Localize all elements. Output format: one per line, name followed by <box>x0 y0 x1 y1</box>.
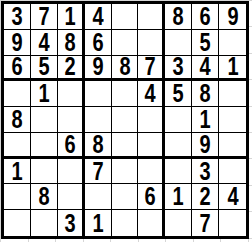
digit-r7c4: 7 <box>92 159 103 184</box>
digit-r1c8: 6 <box>200 4 211 29</box>
cell-r5c1[interactable]: 8 <box>4 107 31 133</box>
cell-r6c2[interactable] <box>31 133 58 159</box>
cell-r5c9[interactable] <box>219 107 246 133</box>
cell-r9c3[interactable]: 3 <box>58 210 85 236</box>
cell-r8c7[interactable]: 1 <box>165 184 192 210</box>
sudoku-canvas: 3714869948656529873411458816891738612431… <box>0 0 252 242</box>
cell-r2c9[interactable] <box>219 30 246 56</box>
digit-r3c5: 8 <box>119 56 130 80</box>
cell-r5c6[interactable] <box>138 107 165 133</box>
digit-r2c1: 9 <box>11 30 22 55</box>
digit-r1c9: 9 <box>227 4 238 29</box>
digit-r6c4: 8 <box>92 133 103 157</box>
cell-r8c8[interactable]: 2 <box>192 184 219 210</box>
cell-r6c7[interactable] <box>165 133 192 159</box>
digit-r2c8: 5 <box>200 30 211 55</box>
cell-r5c4[interactable] <box>85 107 112 133</box>
digit-r2c2: 4 <box>38 30 49 55</box>
cell-r4c7[interactable]: 5 <box>165 81 192 107</box>
cell-r5c2[interactable] <box>31 107 58 133</box>
cell-r3c4[interactable]: 9 <box>85 56 112 82</box>
cell-r4c5[interactable] <box>112 81 139 107</box>
cell-r1c1[interactable]: 3 <box>4 4 31 30</box>
cell-r3c2[interactable]: 5 <box>31 56 58 82</box>
cell-r7c6[interactable] <box>138 159 165 185</box>
cell-r8c5[interactable] <box>112 184 139 210</box>
digit-r3c1: 6 <box>11 56 22 80</box>
cell-r9c6[interactable] <box>138 210 165 236</box>
cell-r7c3[interactable] <box>58 159 85 185</box>
cell-r3c3[interactable]: 2 <box>58 56 85 82</box>
cell-r6c4[interactable]: 8 <box>85 133 112 159</box>
digit-r4c6: 4 <box>145 81 156 106</box>
cell-r1c8[interactable]: 6 <box>192 4 219 30</box>
cell-r9c9[interactable] <box>219 210 246 236</box>
cell-r1c4[interactable]: 4 <box>85 4 112 30</box>
digit-r9c3: 3 <box>64 211 75 236</box>
cell-r3c5[interactable]: 8 <box>112 56 139 82</box>
cell-r8c3[interactable] <box>58 184 85 210</box>
digit-r1c2: 7 <box>38 4 49 29</box>
digit-r2c4: 6 <box>92 30 103 55</box>
cell-r1c2[interactable]: 7 <box>31 4 58 30</box>
digit-r8c9: 4 <box>227 184 238 209</box>
cell-r6c3[interactable]: 6 <box>58 133 85 159</box>
cell-r5c8[interactable]: 1 <box>192 107 219 133</box>
cell-r7c7[interactable] <box>165 159 192 185</box>
digit-r6c8: 9 <box>200 133 211 157</box>
cell-r4c2[interactable]: 1 <box>31 81 58 107</box>
cell-r5c3[interactable] <box>58 107 85 133</box>
cell-r2c5[interactable] <box>112 30 139 56</box>
cell-r4c3[interactable] <box>58 81 85 107</box>
cell-r7c5[interactable] <box>112 159 139 185</box>
digit-r1c4: 4 <box>92 4 103 29</box>
digit-r4c8: 8 <box>200 81 211 106</box>
cell-r2c7[interactable] <box>165 30 192 56</box>
cell-r7c1[interactable]: 1 <box>4 159 31 185</box>
cell-r8c2[interactable]: 8 <box>31 184 58 210</box>
cell-r4c8[interactable]: 8 <box>192 81 219 107</box>
cell-r5c5[interactable] <box>112 107 139 133</box>
digit-r5c1: 8 <box>11 107 22 132</box>
digit-r7c1: 1 <box>11 159 22 184</box>
cell-r2c4[interactable]: 6 <box>85 30 112 56</box>
cell-r5c7[interactable] <box>165 107 192 133</box>
cell-r3c8[interactable]: 4 <box>192 56 219 82</box>
cell-r3c7[interactable]: 3 <box>165 56 192 82</box>
cell-r8c9[interactable]: 4 <box>219 184 246 210</box>
cell-r6c5[interactable] <box>112 133 139 159</box>
cell-r1c6[interactable] <box>138 4 165 30</box>
cell-r8c4[interactable] <box>85 184 112 210</box>
cell-r1c5[interactable] <box>112 4 139 30</box>
digit-r4c7: 5 <box>173 81 184 106</box>
digit-r9c8: 7 <box>200 211 211 236</box>
cell-r9c7[interactable] <box>165 210 192 236</box>
cell-r8c1[interactable] <box>4 184 31 210</box>
cell-r7c8[interactable]: 3 <box>192 159 219 185</box>
cell-r6c1[interactable] <box>4 133 31 159</box>
digit-r8c7: 1 <box>173 184 184 209</box>
cell-r4c9[interactable] <box>219 81 246 107</box>
cell-r9c8[interactable]: 7 <box>192 210 219 236</box>
cell-r3c9[interactable]: 1 <box>219 56 246 82</box>
digit-r8c2: 8 <box>38 184 49 209</box>
cell-r4c6[interactable]: 4 <box>138 81 165 107</box>
cell-r1c7[interactable]: 8 <box>165 4 192 30</box>
digit-r3c2: 5 <box>38 56 49 80</box>
sudoku-board: 3714869948656529873411458816891738612431… <box>1 1 249 239</box>
cell-r2c8[interactable]: 5 <box>192 30 219 56</box>
digit-r6c3: 6 <box>64 133 75 157</box>
cell-r3c1[interactable]: 6 <box>4 56 31 82</box>
digit-r1c1: 3 <box>11 4 22 29</box>
digit-r5c8: 1 <box>200 107 211 132</box>
digit-r9c4: 1 <box>92 211 103 236</box>
digit-r3c4: 9 <box>92 56 103 80</box>
cell-r3c6[interactable]: 7 <box>138 56 165 82</box>
digit-r1c3: 1 <box>64 4 75 29</box>
digit-r3c9: 1 <box>227 56 238 80</box>
cell-r9c2[interactable] <box>31 210 58 236</box>
digit-r3c7: 3 <box>173 56 184 80</box>
cell-r2c2[interactable]: 4 <box>31 30 58 56</box>
cell-r6c9[interactable] <box>219 133 246 159</box>
cell-r6c8[interactable]: 9 <box>192 133 219 159</box>
cell-r7c4[interactable]: 7 <box>85 159 112 185</box>
cell-r4c4[interactable] <box>85 81 112 107</box>
cell-r7c2[interactable] <box>31 159 58 185</box>
digit-r4c2: 1 <box>38 81 49 106</box>
cell-r9c5[interactable] <box>112 210 139 236</box>
cell-r9c1[interactable] <box>4 210 31 236</box>
cell-r4c1[interactable] <box>4 81 31 107</box>
digit-r8c8: 2 <box>200 184 211 209</box>
digit-r7c8: 3 <box>200 159 211 184</box>
cell-r1c3[interactable]: 1 <box>58 4 85 30</box>
cell-r7c9[interactable] <box>219 159 246 185</box>
digit-r2c3: 8 <box>64 30 75 55</box>
digit-r3c3: 2 <box>64 56 75 80</box>
cell-r1c9[interactable]: 9 <box>219 4 246 30</box>
cell-r2c3[interactable]: 8 <box>58 30 85 56</box>
digit-r3c8: 4 <box>200 56 211 80</box>
cell-r9c4[interactable]: 1 <box>85 210 112 236</box>
cell-r2c6[interactable] <box>138 30 165 56</box>
cell-r8c6[interactable]: 6 <box>138 184 165 210</box>
digit-r3c6: 7 <box>145 56 156 80</box>
digit-r1c7: 8 <box>173 4 184 29</box>
cell-r6c6[interactable] <box>138 133 165 159</box>
digit-r8c6: 6 <box>145 184 156 209</box>
cell-r2c1[interactable]: 9 <box>4 30 31 56</box>
